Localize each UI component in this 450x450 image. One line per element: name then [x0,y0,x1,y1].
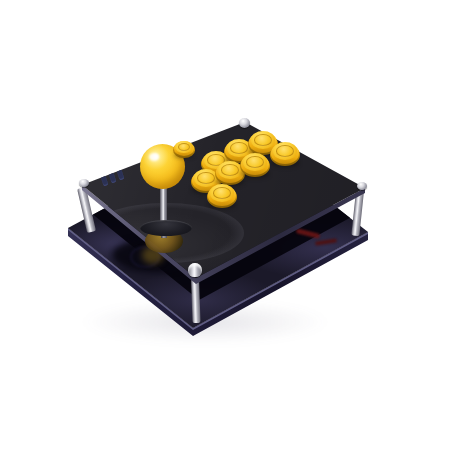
arcade-button-plunger [246,156,263,168]
arcade-button [207,184,237,208]
arcade-button-plunger [276,145,293,157]
start-button-plunger [178,143,191,151]
buttons-layer [0,0,450,450]
start-button [173,140,195,157]
arcade-button [270,142,300,166]
arcade-button-plunger [221,164,238,176]
arcade-button-plunger [197,172,214,184]
arcade-button [240,153,270,177]
product-photo-stage [0,0,450,450]
arcade-button-plunger [213,187,230,199]
